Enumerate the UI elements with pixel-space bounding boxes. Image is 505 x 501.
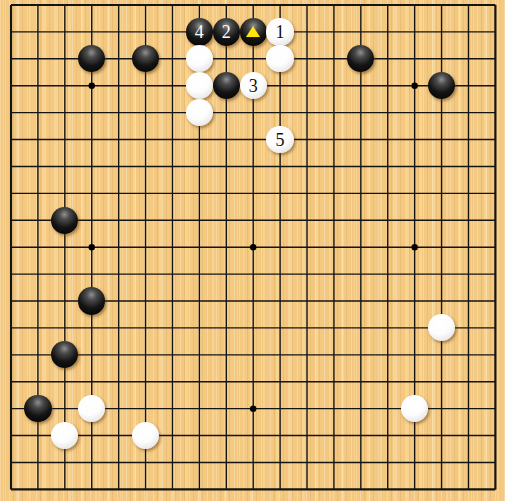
intersection[interactable]: 5 [267,126,294,153]
intersection[interactable] [240,45,267,72]
intersection[interactable] [213,126,240,153]
intersection[interactable] [240,261,267,288]
intersection[interactable] [482,368,505,395]
intersection[interactable] [347,395,374,422]
intersection[interactable] [374,395,401,422]
intersection[interactable] [78,449,105,476]
intersection[interactable] [186,341,213,368]
intersection[interactable] [294,368,321,395]
intersection[interactable] [294,0,321,18]
intersection[interactable] [482,153,505,180]
intersection[interactable] [347,153,374,180]
intersection[interactable] [78,395,105,422]
intersection[interactable] [51,341,78,368]
intersection[interactable] [374,368,401,395]
intersection[interactable] [294,126,321,153]
intersection[interactable] [482,18,505,45]
intersection[interactable] [320,368,347,395]
intersection[interactable] [0,449,24,476]
intersection[interactable] [240,18,267,45]
intersection[interactable] [240,395,267,422]
intersection[interactable] [428,153,455,180]
intersection[interactable] [401,341,428,368]
intersection[interactable] [482,99,505,126]
intersection[interactable] [186,99,213,126]
intersection[interactable] [482,45,505,72]
intersection[interactable] [482,314,505,341]
intersection[interactable] [51,45,78,72]
intersection[interactable] [374,153,401,180]
intersection[interactable] [482,449,505,476]
intersection[interactable] [401,126,428,153]
intersection[interactable] [186,153,213,180]
intersection[interactable] [78,126,105,153]
intersection[interactable] [78,261,105,288]
intersection[interactable] [0,341,24,368]
intersection[interactable] [78,45,105,72]
intersection[interactable] [159,153,186,180]
intersection[interactable] [24,449,51,476]
intersection[interactable] [428,368,455,395]
intersection[interactable] [186,395,213,422]
intersection[interactable] [159,180,186,207]
intersection[interactable] [186,288,213,315]
intersection[interactable]: 1 [267,18,294,45]
intersection[interactable] [0,0,24,18]
intersection[interactable] [132,449,159,476]
intersection[interactable] [78,368,105,395]
intersection[interactable] [374,288,401,315]
intersection[interactable] [294,476,321,501]
intersection[interactable] [347,18,374,45]
intersection[interactable] [482,422,505,449]
intersection[interactable] [347,72,374,99]
intersection[interactable] [159,45,186,72]
intersection[interactable] [401,207,428,234]
intersection[interactable] [51,449,78,476]
intersection[interactable] [347,449,374,476]
intersection[interactable] [374,180,401,207]
intersection[interactable]: 4 [186,18,213,45]
intersection[interactable] [78,476,105,501]
intersection[interactable] [0,314,24,341]
intersection[interactable] [132,18,159,45]
intersection[interactable] [347,126,374,153]
intersection[interactable] [78,153,105,180]
intersection[interactable] [267,72,294,99]
intersection[interactable] [213,422,240,449]
intersection[interactable] [186,72,213,99]
intersection[interactable] [0,476,24,501]
intersection[interactable] [132,395,159,422]
intersection[interactable] [455,180,482,207]
intersection[interactable] [132,341,159,368]
intersection[interactable]: 2 [213,18,240,45]
intersection[interactable] [213,207,240,234]
intersection[interactable] [186,45,213,72]
intersection[interactable] [294,261,321,288]
intersection[interactable] [401,234,428,261]
intersection[interactable] [186,126,213,153]
intersection[interactable] [159,234,186,261]
intersection[interactable] [159,18,186,45]
intersection[interactable] [213,341,240,368]
intersection[interactable] [294,288,321,315]
intersection[interactable] [24,314,51,341]
intersection[interactable] [374,234,401,261]
intersection[interactable] [132,476,159,501]
intersection[interactable] [374,72,401,99]
intersection[interactable] [347,476,374,501]
intersection[interactable] [267,0,294,18]
intersection[interactable] [428,126,455,153]
intersection[interactable] [51,153,78,180]
intersection[interactable] [132,288,159,315]
intersection[interactable] [240,153,267,180]
intersection[interactable] [240,341,267,368]
intersection[interactable] [347,314,374,341]
intersection[interactable] [482,288,505,315]
intersection[interactable] [401,18,428,45]
intersection[interactable] [78,18,105,45]
intersection[interactable] [401,45,428,72]
intersection[interactable] [159,99,186,126]
intersection[interactable] [455,72,482,99]
intersection[interactable] [267,395,294,422]
intersection[interactable] [24,476,51,501]
intersection[interactable] [213,153,240,180]
intersection[interactable] [455,449,482,476]
intersection[interactable] [455,45,482,72]
intersection[interactable] [374,449,401,476]
intersection[interactable] [320,395,347,422]
intersection[interactable] [159,207,186,234]
intersection[interactable] [455,207,482,234]
intersection[interactable] [401,368,428,395]
intersection[interactable] [132,126,159,153]
intersection[interactable] [320,234,347,261]
intersection[interactable] [186,207,213,234]
intersection[interactable] [482,72,505,99]
intersection[interactable] [401,314,428,341]
intersection[interactable] [347,180,374,207]
intersection[interactable] [401,395,428,422]
intersection[interactable] [347,261,374,288]
intersection[interactable] [374,261,401,288]
intersection[interactable] [213,449,240,476]
intersection[interactable] [455,126,482,153]
intersection[interactable] [213,234,240,261]
intersection[interactable] [428,207,455,234]
intersection[interactable] [455,422,482,449]
intersection[interactable] [78,0,105,18]
intersection[interactable] [24,288,51,315]
intersection[interactable] [24,45,51,72]
intersection[interactable] [51,180,78,207]
intersection[interactable] [240,288,267,315]
intersection[interactable] [482,207,505,234]
intersection[interactable] [320,314,347,341]
intersection[interactable] [428,476,455,501]
intersection[interactable] [51,314,78,341]
intersection[interactable] [347,45,374,72]
intersection[interactable] [105,45,132,72]
intersection[interactable] [428,341,455,368]
intersection[interactable] [24,126,51,153]
intersection[interactable] [78,341,105,368]
intersection[interactable] [240,476,267,501]
intersection[interactable] [482,234,505,261]
intersection[interactable] [159,422,186,449]
intersection[interactable] [105,72,132,99]
intersection[interactable] [0,261,24,288]
intersection[interactable] [186,261,213,288]
intersection[interactable] [401,99,428,126]
intersection[interactable] [24,207,51,234]
intersection[interactable] [159,341,186,368]
intersection[interactable] [320,422,347,449]
intersection[interactable] [105,234,132,261]
intersection[interactable] [0,395,24,422]
intersection[interactable] [455,288,482,315]
intersection[interactable] [159,368,186,395]
intersection[interactable] [51,476,78,501]
intersection[interactable] [186,180,213,207]
intersection[interactable] [401,422,428,449]
intersection[interactable] [401,476,428,501]
intersection[interactable] [132,0,159,18]
intersection[interactable] [24,180,51,207]
intersection[interactable] [51,126,78,153]
intersection[interactable] [24,0,51,18]
intersection[interactable] [240,126,267,153]
intersection[interactable] [105,422,132,449]
intersection[interactable] [105,153,132,180]
intersection[interactable] [401,72,428,99]
intersection[interactable] [105,99,132,126]
intersection[interactable] [24,234,51,261]
intersection[interactable] [267,180,294,207]
intersection[interactable] [213,288,240,315]
intersection[interactable] [482,395,505,422]
intersection[interactable] [213,261,240,288]
intersection[interactable] [428,449,455,476]
intersection[interactable] [240,234,267,261]
intersection[interactable] [294,422,321,449]
intersection[interactable] [105,207,132,234]
intersection[interactable] [320,261,347,288]
intersection[interactable] [320,180,347,207]
intersection[interactable] [186,476,213,501]
intersection[interactable] [186,234,213,261]
intersection[interactable] [482,126,505,153]
intersection[interactable] [267,476,294,501]
intersection[interactable] [428,422,455,449]
intersection[interactable] [51,234,78,261]
intersection[interactable] [455,99,482,126]
intersection[interactable] [0,99,24,126]
intersection[interactable] [186,314,213,341]
intersection[interactable] [159,288,186,315]
intersection[interactable] [320,45,347,72]
intersection[interactable] [294,449,321,476]
intersection[interactable] [267,314,294,341]
intersection[interactable] [267,261,294,288]
intersection[interactable] [347,288,374,315]
intersection[interactable] [320,207,347,234]
intersection[interactable] [374,476,401,501]
intersection[interactable] [374,45,401,72]
intersection[interactable] [347,207,374,234]
intersection[interactable] [213,314,240,341]
intersection[interactable] [320,341,347,368]
intersection[interactable] [132,422,159,449]
intersection[interactable] [132,234,159,261]
intersection[interactable] [455,0,482,18]
intersection[interactable] [105,261,132,288]
intersection[interactable] [240,449,267,476]
intersection[interactable] [320,72,347,99]
intersection[interactable] [267,422,294,449]
intersection[interactable] [240,314,267,341]
intersection[interactable] [213,476,240,501]
intersection[interactable] [240,207,267,234]
intersection[interactable] [240,368,267,395]
intersection[interactable] [78,422,105,449]
intersection[interactable] [24,422,51,449]
intersection[interactable] [24,72,51,99]
intersection[interactable] [347,422,374,449]
intersection[interactable] [428,395,455,422]
intersection[interactable] [320,288,347,315]
intersection[interactable] [51,207,78,234]
intersection[interactable] [186,0,213,18]
intersection[interactable] [24,153,51,180]
intersection[interactable] [0,18,24,45]
intersection[interactable] [455,18,482,45]
intersection[interactable] [51,368,78,395]
intersection[interactable] [105,288,132,315]
intersection[interactable] [213,72,240,99]
intersection[interactable] [0,288,24,315]
intersection[interactable] [428,99,455,126]
intersection[interactable] [0,153,24,180]
intersection[interactable] [51,395,78,422]
intersection[interactable] [267,341,294,368]
intersection[interactable] [159,395,186,422]
intersection[interactable] [401,180,428,207]
intersection[interactable] [401,0,428,18]
intersection[interactable] [78,72,105,99]
intersection[interactable] [159,314,186,341]
intersection[interactable] [213,0,240,18]
intersection[interactable] [132,368,159,395]
intersection[interactable] [186,449,213,476]
intersection[interactable] [294,45,321,72]
intersection[interactable] [105,314,132,341]
intersection[interactable] [428,72,455,99]
intersection[interactable] [0,207,24,234]
intersection[interactable] [320,476,347,501]
intersection[interactable] [213,99,240,126]
intersection[interactable] [51,72,78,99]
intersection[interactable] [294,99,321,126]
intersection[interactable] [132,207,159,234]
intersection[interactable] [24,395,51,422]
intersection[interactable] [455,234,482,261]
intersection[interactable] [401,288,428,315]
intersection[interactable] [374,314,401,341]
intersection[interactable] [78,314,105,341]
intersection[interactable] [428,234,455,261]
intersection[interactable] [51,18,78,45]
intersection[interactable] [51,422,78,449]
intersection[interactable] [213,180,240,207]
go-board[interactable]: 42135 [0,0,505,501]
intersection[interactable] [428,0,455,18]
intersection[interactable] [159,449,186,476]
intersection[interactable] [455,261,482,288]
intersection[interactable] [132,261,159,288]
intersection[interactable] [294,314,321,341]
intersection[interactable] [132,99,159,126]
intersection[interactable] [24,261,51,288]
intersection[interactable] [374,207,401,234]
intersection[interactable] [482,476,505,501]
intersection[interactable] [455,153,482,180]
intersection[interactable] [482,261,505,288]
intersection[interactable] [0,180,24,207]
intersection[interactable] [401,449,428,476]
intersection[interactable] [132,45,159,72]
intersection[interactable] [105,476,132,501]
intersection[interactable] [0,45,24,72]
intersection[interactable] [105,18,132,45]
intersection[interactable] [482,341,505,368]
intersection[interactable] [374,0,401,18]
intersection[interactable] [374,99,401,126]
intersection[interactable] [294,395,321,422]
intersection[interactable] [132,314,159,341]
intersection[interactable] [428,45,455,72]
intersection[interactable] [78,234,105,261]
intersection[interactable] [186,368,213,395]
intersection[interactable] [132,153,159,180]
intersection[interactable] [24,368,51,395]
intersection[interactable] [482,180,505,207]
intersection[interactable] [240,0,267,18]
intersection[interactable] [428,288,455,315]
intersection[interactable] [213,45,240,72]
intersection[interactable] [428,261,455,288]
intersection[interactable] [213,368,240,395]
intersection[interactable] [78,288,105,315]
intersection[interactable] [51,288,78,315]
intersection[interactable] [186,422,213,449]
intersection[interactable] [159,261,186,288]
intersection[interactable] [294,153,321,180]
intersection[interactable] [374,126,401,153]
intersection[interactable] [294,180,321,207]
intersection[interactable] [294,207,321,234]
intersection[interactable] [105,180,132,207]
intersection[interactable] [347,234,374,261]
intersection[interactable] [78,99,105,126]
intersection[interactable] [105,126,132,153]
intersection[interactable] [213,395,240,422]
intersection[interactable] [78,207,105,234]
intersection[interactable] [374,422,401,449]
